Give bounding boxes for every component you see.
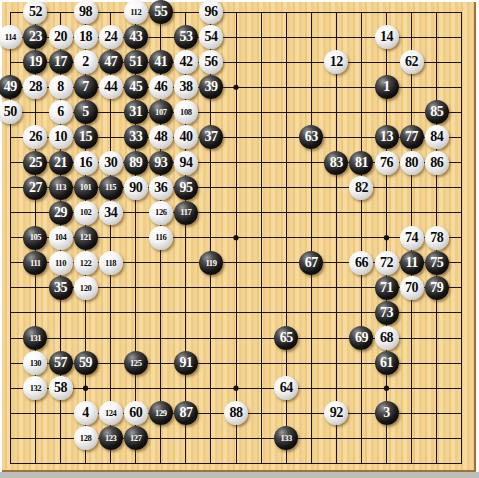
stone-white-move-124[interactable]: 124 xyxy=(99,401,123,425)
move-number-label: 83 xyxy=(330,156,343,170)
move-number-label: 84 xyxy=(430,130,443,144)
stone-black-move-101[interactable]: 101 xyxy=(74,176,98,200)
stone-black-move-79[interactable]: 79 xyxy=(425,276,449,300)
stone-black-move-25[interactable]: 25 xyxy=(23,151,47,175)
move-number-label: 55 xyxy=(154,5,167,19)
move-number-label: 78 xyxy=(430,231,443,245)
move-number-label: 28 xyxy=(29,80,42,94)
stone-black-move-87[interactable]: 87 xyxy=(174,401,198,425)
stone-black-move-7[interactable]: 7 xyxy=(74,75,98,99)
stone-black-move-43[interactable]: 43 xyxy=(124,25,148,49)
move-number-label: 11 xyxy=(405,256,417,270)
stone-white-move-12[interactable]: 12 xyxy=(324,50,348,74)
stone-white-move-132[interactable]: 132 xyxy=(23,376,47,400)
move-number-label: 67 xyxy=(305,256,318,270)
stone-black-move-41[interactable]: 41 xyxy=(149,50,173,74)
stone-white-move-108[interactable]: 108 xyxy=(174,100,198,124)
move-number-label: 60 xyxy=(129,406,142,420)
stone-white-move-48[interactable]: 48 xyxy=(149,125,173,149)
move-number-label: 74 xyxy=(405,231,418,245)
stone-black-move-1[interactable]: 1 xyxy=(375,75,399,99)
stone-black-move-31[interactable]: 31 xyxy=(124,100,148,124)
move-number-label: 110 xyxy=(55,259,66,268)
stone-white-move-16[interactable]: 16 xyxy=(74,151,98,175)
move-number-label: 79 xyxy=(430,281,443,295)
move-number-label: 4 xyxy=(82,406,89,420)
stone-white-move-40[interactable]: 40 xyxy=(174,125,198,149)
move-number-label: 130 xyxy=(30,359,42,368)
move-number-label: 86 xyxy=(430,156,443,170)
stone-white-move-78[interactable]: 78 xyxy=(425,226,449,250)
move-number-label: 80 xyxy=(405,156,418,170)
move-number-label: 49 xyxy=(4,80,17,94)
move-number-label: 132 xyxy=(30,384,42,393)
stone-black-move-47[interactable]: 47 xyxy=(99,50,123,74)
move-number-label: 111 xyxy=(30,259,41,268)
stone-black-move-3[interactable]: 3 xyxy=(375,401,399,425)
stone-black-move-115[interactable]: 115 xyxy=(99,176,123,200)
move-number-label: 122 xyxy=(80,259,92,268)
stone-white-move-38[interactable]: 38 xyxy=(174,75,198,99)
stone-black-move-113[interactable]: 113 xyxy=(49,176,73,200)
stone-white-move-118[interactable]: 118 xyxy=(99,251,123,275)
go-kifu-screenshot: 5298112559611423201824435354141917247514… xyxy=(0,0,479,478)
move-number-label: 87 xyxy=(179,406,192,420)
move-number-label: 117 xyxy=(180,208,191,217)
stone-white-move-80[interactable]: 80 xyxy=(400,151,424,175)
stone-black-move-39[interactable]: 39 xyxy=(199,75,223,99)
move-number-label: 2 xyxy=(82,55,89,69)
stone-white-move-24[interactable]: 24 xyxy=(99,25,123,49)
move-number-label: 43 xyxy=(129,30,142,44)
board-intersection-grid[interactable]: 5298112559611423201824435354141917247514… xyxy=(0,0,474,476)
stone-white-move-14[interactable]: 14 xyxy=(375,25,399,49)
move-number-label: 14 xyxy=(380,30,393,44)
move-number-label: 125 xyxy=(130,359,142,368)
stone-black-move-59[interactable]: 59 xyxy=(74,351,98,375)
stone-black-move-71[interactable]: 71 xyxy=(375,276,399,300)
move-number-label: 118 xyxy=(105,259,116,268)
move-number-label: 12 xyxy=(330,55,343,69)
stone-black-move-35[interactable]: 35 xyxy=(49,276,73,300)
move-number-label: 128 xyxy=(80,434,92,443)
stone-white-move-10[interactable]: 10 xyxy=(49,125,73,149)
stone-white-move-30[interactable]: 30 xyxy=(99,151,123,175)
stone-black-move-95[interactable]: 95 xyxy=(174,176,198,200)
stone-white-move-2[interactable]: 2 xyxy=(74,50,98,74)
stone-white-move-76[interactable]: 76 xyxy=(375,151,399,175)
move-number-label: 26 xyxy=(29,130,42,144)
move-number-label: 77 xyxy=(405,130,418,144)
stone-black-move-11[interactable]: 11 xyxy=(400,251,424,275)
stone-white-move-4[interactable]: 4 xyxy=(74,401,98,425)
stone-white-move-52[interactable]: 52 xyxy=(23,0,47,24)
move-number-label: 81 xyxy=(355,156,368,170)
stone-white-move-72[interactable]: 72 xyxy=(375,251,399,275)
stone-black-move-107[interactable]: 107 xyxy=(149,100,173,124)
move-number-label: 88 xyxy=(230,406,243,420)
stone-black-move-127[interactable]: 127 xyxy=(124,426,148,450)
stone-black-move-53[interactable]: 53 xyxy=(174,25,198,49)
move-number-label: 76 xyxy=(380,156,393,170)
move-number-label: 23 xyxy=(29,30,42,44)
move-number-label: 33 xyxy=(129,130,142,144)
stone-black-move-57[interactable]: 57 xyxy=(49,351,73,375)
stone-white-move-110[interactable]: 110 xyxy=(49,251,73,275)
stone-black-move-45[interactable]: 45 xyxy=(124,75,148,99)
move-number-label: 38 xyxy=(179,80,192,94)
move-number-label: 112 xyxy=(130,8,141,17)
stone-black-move-29[interactable]: 29 xyxy=(49,201,73,225)
move-number-label: 19 xyxy=(29,55,42,69)
stone-white-move-6[interactable]: 6 xyxy=(49,100,73,124)
stone-black-move-27[interactable]: 27 xyxy=(23,176,47,200)
stone-white-move-64[interactable]: 64 xyxy=(274,376,298,400)
stone-black-move-67[interactable]: 67 xyxy=(299,251,323,275)
stone-white-move-26[interactable]: 26 xyxy=(23,125,47,149)
move-number-label: 89 xyxy=(129,156,142,170)
move-number-label: 66 xyxy=(355,256,368,270)
stone-white-move-116[interactable]: 116 xyxy=(149,226,173,250)
move-number-label: 1 xyxy=(383,80,390,94)
stone-white-move-120[interactable]: 120 xyxy=(74,276,98,300)
move-number-label: 123 xyxy=(105,434,117,443)
stone-black-move-55[interactable]: 55 xyxy=(149,0,173,24)
stone-white-move-66[interactable]: 66 xyxy=(349,251,373,275)
stone-white-move-94[interactable]: 94 xyxy=(174,151,198,175)
stone-black-move-19[interactable]: 19 xyxy=(23,50,47,74)
move-number-label: 71 xyxy=(380,281,393,295)
stone-black-move-117[interactable]: 117 xyxy=(174,201,198,225)
move-number-label: 44 xyxy=(104,80,117,94)
stone-black-move-65[interactable]: 65 xyxy=(274,326,298,350)
stone-black-move-85[interactable]: 85 xyxy=(425,100,449,124)
stone-white-move-84[interactable]: 84 xyxy=(425,125,449,149)
move-number-label: 30 xyxy=(104,156,117,170)
stone-white-move-36[interactable]: 36 xyxy=(149,176,173,200)
stone-black-move-63[interactable]: 63 xyxy=(299,125,323,149)
stone-white-move-58[interactable]: 58 xyxy=(49,376,73,400)
move-number-label: 18 xyxy=(79,30,92,44)
move-number-label: 6 xyxy=(57,105,64,119)
stone-black-move-129[interactable]: 129 xyxy=(149,401,173,425)
stone-black-move-69[interactable]: 69 xyxy=(349,326,373,350)
move-number-label: 51 xyxy=(129,55,142,69)
move-number-label: 7 xyxy=(82,80,89,94)
stone-black-move-15[interactable]: 15 xyxy=(74,125,98,149)
move-number-label: 72 xyxy=(380,256,393,270)
move-number-label: 31 xyxy=(129,105,142,119)
stone-black-move-73[interactable]: 73 xyxy=(375,301,399,325)
move-number-label: 131 xyxy=(30,334,42,343)
stone-white-move-42[interactable]: 42 xyxy=(174,50,198,74)
move-number-label: 37 xyxy=(204,130,217,144)
move-number-label: 35 xyxy=(54,281,67,295)
move-number-label: 73 xyxy=(380,306,393,320)
move-number-label: 56 xyxy=(204,55,217,69)
move-number-label: 92 xyxy=(330,406,343,420)
move-number-label: 46 xyxy=(154,80,167,94)
move-number-label: 126 xyxy=(155,208,167,217)
move-number-label: 102 xyxy=(80,208,92,217)
stone-black-move-5[interactable]: 5 xyxy=(74,100,98,124)
stone-white-move-46[interactable]: 46 xyxy=(149,75,173,99)
stone-white-move-50[interactable]: 50 xyxy=(0,100,22,124)
move-number-label: 29 xyxy=(54,206,67,220)
move-number-label: 121 xyxy=(80,233,92,242)
move-number-label: 133 xyxy=(280,434,292,443)
stone-white-move-44[interactable]: 44 xyxy=(99,75,123,99)
move-number-label: 59 xyxy=(79,356,92,370)
move-number-label: 91 xyxy=(179,356,192,370)
stone-white-move-70[interactable]: 70 xyxy=(400,276,424,300)
move-number-label: 104 xyxy=(55,233,67,242)
move-number-label: 5 xyxy=(82,105,89,119)
move-number-label: 24 xyxy=(104,30,117,44)
stone-black-move-51[interactable]: 51 xyxy=(124,50,148,74)
move-number-label: 16 xyxy=(79,156,92,170)
stone-black-move-75[interactable]: 75 xyxy=(425,251,449,275)
stone-white-move-54[interactable]: 54 xyxy=(199,25,223,49)
stone-white-move-74[interactable]: 74 xyxy=(400,226,424,250)
stone-black-move-133[interactable]: 133 xyxy=(274,426,298,450)
move-number-label: 17 xyxy=(54,55,67,69)
move-number-label: 57 xyxy=(54,356,67,370)
move-number-label: 39 xyxy=(204,80,217,94)
stone-white-move-126[interactable]: 126 xyxy=(149,201,173,225)
stone-black-move-111[interactable]: 111 xyxy=(23,251,47,275)
stone-white-move-8[interactable]: 8 xyxy=(49,75,73,99)
move-number-label: 98 xyxy=(79,5,92,19)
stone-white-move-82[interactable]: 82 xyxy=(349,176,373,200)
stone-black-move-21[interactable]: 21 xyxy=(49,151,73,175)
stone-white-move-130[interactable]: 130 xyxy=(23,351,47,375)
move-number-label: 108 xyxy=(180,108,192,117)
stone-white-move-102[interactable]: 102 xyxy=(74,201,98,225)
stone-black-move-77[interactable]: 77 xyxy=(400,125,424,149)
stone-white-move-28[interactable]: 28 xyxy=(23,75,47,99)
move-number-label: 10 xyxy=(54,130,67,144)
stone-black-move-49[interactable]: 49 xyxy=(0,75,22,99)
move-number-label: 75 xyxy=(430,256,443,270)
stone-white-move-90[interactable]: 90 xyxy=(124,176,148,200)
move-number-label: 95 xyxy=(179,181,192,195)
stone-black-move-33[interactable]: 33 xyxy=(124,125,148,149)
move-number-label: 101 xyxy=(80,183,92,192)
stone-white-move-34[interactable]: 34 xyxy=(99,201,123,225)
move-number-label: 41 xyxy=(154,55,167,69)
stone-white-move-20[interactable]: 20 xyxy=(49,25,73,49)
move-number-label: 20 xyxy=(54,30,67,44)
stone-black-move-13[interactable]: 13 xyxy=(375,125,399,149)
move-number-label: 48 xyxy=(154,130,167,144)
stone-white-move-56[interactable]: 56 xyxy=(199,50,223,74)
stone-white-move-60[interactable]: 60 xyxy=(124,401,148,425)
stone-black-move-131[interactable]: 131 xyxy=(23,326,47,350)
stone-black-move-91[interactable]: 91 xyxy=(174,351,198,375)
stone-black-move-89[interactable]: 89 xyxy=(124,151,148,175)
move-number-label: 64 xyxy=(280,381,293,395)
move-number-label: 127 xyxy=(130,434,142,443)
stone-black-move-119[interactable]: 119 xyxy=(199,251,223,275)
stone-black-move-81[interactable]: 81 xyxy=(349,151,373,175)
move-number-label: 119 xyxy=(205,259,216,268)
stone-white-move-92[interactable]: 92 xyxy=(324,401,348,425)
move-number-label: 34 xyxy=(104,206,117,220)
stone-black-move-123[interactable]: 123 xyxy=(99,426,123,450)
move-number-label: 13 xyxy=(380,130,393,144)
stone-white-move-96[interactable]: 96 xyxy=(199,0,223,24)
move-number-label: 21 xyxy=(54,156,67,170)
bottom-edge-strip xyxy=(0,472,479,478)
stone-white-move-128[interactable]: 128 xyxy=(74,426,98,450)
stone-black-move-83[interactable]: 83 xyxy=(324,151,348,175)
move-number-label: 27 xyxy=(29,181,42,195)
stone-white-move-114[interactable]: 114 xyxy=(0,25,22,49)
stone-white-move-18[interactable]: 18 xyxy=(74,25,98,49)
stone-white-move-86[interactable]: 86 xyxy=(425,151,449,175)
move-number-label: 69 xyxy=(355,331,368,345)
stone-black-move-17[interactable]: 17 xyxy=(49,50,73,74)
stone-black-move-121[interactable]: 121 xyxy=(74,226,98,250)
move-number-label: 94 xyxy=(179,156,192,170)
move-number-label: 45 xyxy=(129,80,142,94)
move-number-label: 61 xyxy=(380,356,393,370)
stone-white-move-112[interactable]: 112 xyxy=(124,0,148,24)
stone-black-move-93[interactable]: 93 xyxy=(149,151,173,175)
move-number-label: 8 xyxy=(57,80,64,94)
stone-white-move-104[interactable]: 104 xyxy=(49,226,73,250)
stone-black-move-23[interactable]: 23 xyxy=(23,25,47,49)
move-number-label: 116 xyxy=(155,233,166,242)
move-number-label: 90 xyxy=(129,181,142,195)
stone-black-move-125[interactable]: 125 xyxy=(124,351,148,375)
move-number-label: 120 xyxy=(80,284,92,293)
move-number-label: 50 xyxy=(4,105,17,119)
move-number-label: 3 xyxy=(383,406,390,420)
move-number-label: 53 xyxy=(179,30,192,44)
stone-white-move-68[interactable]: 68 xyxy=(375,326,399,350)
move-number-label: 47 xyxy=(104,55,117,69)
move-number-label: 96 xyxy=(204,5,217,19)
stone-white-move-62[interactable]: 62 xyxy=(400,50,424,74)
move-number-label: 70 xyxy=(405,281,418,295)
stone-white-move-122[interactable]: 122 xyxy=(74,251,98,275)
stone-black-move-105[interactable]: 105 xyxy=(23,226,47,250)
move-number-label: 25 xyxy=(29,156,42,170)
stone-white-move-88[interactable]: 88 xyxy=(224,401,248,425)
move-number-label: 85 xyxy=(430,105,443,119)
move-number-label: 15 xyxy=(79,130,92,144)
move-number-label: 63 xyxy=(305,130,318,144)
move-number-label: 114 xyxy=(5,33,16,42)
move-number-label: 93 xyxy=(154,156,167,170)
move-number-label: 42 xyxy=(179,55,192,69)
move-number-label: 113 xyxy=(55,183,66,192)
move-number-label: 124 xyxy=(105,409,117,418)
stone-black-move-37[interactable]: 37 xyxy=(199,125,223,149)
move-number-label: 62 xyxy=(405,55,418,69)
move-number-label: 36 xyxy=(154,181,167,195)
move-number-label: 105 xyxy=(30,233,42,242)
stone-white-move-98[interactable]: 98 xyxy=(74,0,98,24)
move-number-label: 107 xyxy=(155,108,167,117)
move-number-label: 65 xyxy=(280,331,293,345)
move-number-label: 54 xyxy=(204,30,217,44)
move-number-label: 129 xyxy=(155,409,167,418)
move-number-label: 68 xyxy=(380,331,393,345)
move-number-label: 58 xyxy=(54,381,67,395)
move-number-label: 52 xyxy=(29,5,42,19)
move-number-label: 82 xyxy=(355,181,368,195)
move-number-label: 40 xyxy=(179,130,192,144)
stone-black-move-61[interactable]: 61 xyxy=(375,351,399,375)
move-number-label: 115 xyxy=(105,183,116,192)
